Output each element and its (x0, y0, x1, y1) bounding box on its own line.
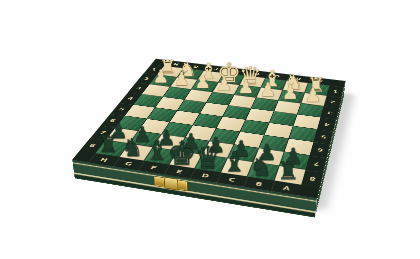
piece-white-pawn-d2[interactable]: ♟ (238, 78, 255, 97)
piece-black-queen-d8[interactable]: ♛ (194, 142, 222, 173)
piece-white-pawn-c2[interactable]: ♟ (260, 80, 277, 99)
rank-label-right-1-label: 1 (333, 90, 339, 94)
rank-label-right-3-label: 3 (327, 111, 333, 115)
file-label-near-e-label: E (175, 169, 183, 175)
file-label-near-d-label: D (201, 173, 210, 179)
file-label-near-c-label: C (228, 177, 236, 183)
piece-white-pawn-e2[interactable]: ♟ (216, 75, 233, 93)
scene: HGFEDCBA1♜♞♝♚♛♝♞♜12♟♟♟♟♟♟♟♟2334455667♟♟♟… (0, 0, 420, 259)
piece-white-pawn-g2[interactable]: ♟ (174, 70, 190, 88)
file-label-near-h-label: H (99, 157, 109, 162)
piece-white-pawn-f2[interactable]: ♟ (195, 73, 211, 91)
piece-black-knight-b8[interactable]: ♞ (250, 153, 273, 179)
square-e4[interactable] (200, 103, 228, 117)
brass-clasp-icon (153, 176, 187, 192)
piece-black-rook-a8[interactable]: ♜ (277, 159, 299, 184)
rank-label-left-8-label: 8 (88, 143, 97, 148)
file-label-near-a-label: A (282, 185, 290, 191)
piece-black-bishop-c8[interactable]: ♝ (222, 148, 247, 176)
piece-black-bishop-f8[interactable]: ♝ (145, 137, 169, 164)
chess-board[interactable]: HGFEDCBA1♜♞♝♚♛♝♞♜12♟♟♟♟♟♟♟♟2334455667♟♟♟… (72, 59, 345, 198)
piece-white-pawn-h2[interactable]: ♟ (153, 68, 169, 86)
file-label-near-f-label: F (150, 165, 158, 170)
rank-label-right-5-label: 5 (321, 134, 328, 139)
rank-label-right-2-label: 2 (330, 100, 336, 104)
rank-label-right-8-label: 8 (309, 176, 316, 182)
piece-black-knight-g8[interactable]: ♞ (122, 135, 144, 160)
piece-white-pawn-a2[interactable]: ♟ (305, 86, 322, 105)
rank-label-right-6-label: 6 (317, 147, 324, 152)
file-label-near-b-label: B (255, 181, 263, 187)
square-b3[interactable] (274, 101, 300, 114)
square-a3[interactable] (298, 103, 324, 117)
rank-label-right-7-label: 7 (313, 161, 320, 166)
rank-label-left-2-label: 2 (143, 77, 150, 80)
piece-black-rook-h8[interactable]: ♜ (98, 132, 119, 155)
rank-label-left-5-label: 5 (118, 107, 126, 111)
square-e3[interactable] (207, 92, 234, 105)
piece-black-king-e8[interactable]: ♚ (167, 137, 197, 170)
piece-white-pawn-b2[interactable]: ♟ (282, 83, 299, 102)
file-label-near-g-label: G (124, 161, 134, 167)
rank-label-right-4-label: 4 (324, 122, 330, 126)
rank-label-left-4-label: 4 (127, 97, 134, 101)
rank-label-left-3-label: 3 (135, 86, 142, 90)
